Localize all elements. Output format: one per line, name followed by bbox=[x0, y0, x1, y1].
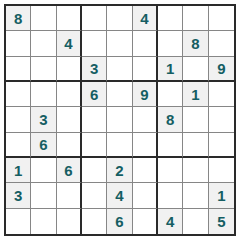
cell-r5c4-empty[interactable] bbox=[82, 107, 107, 132]
cell-r9c9-given: 5 bbox=[209, 209, 234, 234]
cell-r3c5-empty[interactable] bbox=[107, 57, 132, 82]
cell-r7c1-given: 1 bbox=[6, 158, 31, 183]
cell-r2c3-given: 4 bbox=[57, 31, 82, 56]
cell-r6c5-empty[interactable] bbox=[107, 133, 132, 158]
cell-r9c3-empty[interactable] bbox=[57, 209, 82, 234]
cell-r7c8-empty[interactable] bbox=[183, 158, 208, 183]
sudoku-board: 8448319691386162341645 bbox=[4, 4, 236, 236]
cell-r7c2-empty[interactable] bbox=[31, 158, 56, 183]
cell-r2c1-empty[interactable] bbox=[6, 31, 31, 56]
cell-r6c8-empty[interactable] bbox=[183, 133, 208, 158]
cell-r3c6-empty[interactable] bbox=[133, 57, 158, 82]
cell-r3c4-given: 3 bbox=[82, 57, 107, 82]
cell-r5c9-empty[interactable] bbox=[209, 107, 234, 132]
cell-r5c5-empty[interactable] bbox=[107, 107, 132, 132]
cell-r6c7-empty[interactable] bbox=[158, 133, 183, 158]
cell-r9c5-given: 6 bbox=[107, 209, 132, 234]
cell-r3c2-empty[interactable] bbox=[31, 57, 56, 82]
cell-r6c9-empty[interactable] bbox=[209, 133, 234, 158]
cell-r1c5-empty[interactable] bbox=[107, 6, 132, 31]
cell-r7c4-empty[interactable] bbox=[82, 158, 107, 183]
cell-r7c7-empty[interactable] bbox=[158, 158, 183, 183]
cell-r2c2-empty[interactable] bbox=[31, 31, 56, 56]
cell-r7c6-empty[interactable] bbox=[133, 158, 158, 183]
cell-r2c6-empty[interactable] bbox=[133, 31, 158, 56]
cell-r9c8-empty[interactable] bbox=[183, 209, 208, 234]
cell-r8c9-given: 1 bbox=[209, 183, 234, 208]
cell-r2c5-empty[interactable] bbox=[107, 31, 132, 56]
cell-r4c6-given: 9 bbox=[133, 82, 158, 107]
cell-r4c3-empty[interactable] bbox=[57, 82, 82, 107]
cell-r4c4-given: 6 bbox=[82, 82, 107, 107]
cell-r9c4-empty[interactable] bbox=[82, 209, 107, 234]
cell-r3c3-empty[interactable] bbox=[57, 57, 82, 82]
cell-r4c9-empty[interactable] bbox=[209, 82, 234, 107]
cell-r6c4-empty[interactable] bbox=[82, 133, 107, 158]
cell-r9c2-empty[interactable] bbox=[31, 209, 56, 234]
cell-r8c4-empty[interactable] bbox=[82, 183, 107, 208]
cell-r4c2-empty[interactable] bbox=[31, 82, 56, 107]
cell-r6c2-given: 6 bbox=[31, 133, 56, 158]
cell-r7c9-empty[interactable] bbox=[209, 158, 234, 183]
cell-r2c9-empty[interactable] bbox=[209, 31, 234, 56]
cell-r1c8-empty[interactable] bbox=[183, 6, 208, 31]
cell-r2c7-empty[interactable] bbox=[158, 31, 183, 56]
cell-r8c5-given: 4 bbox=[107, 183, 132, 208]
cell-r4c7-empty[interactable] bbox=[158, 82, 183, 107]
cell-r8c2-empty[interactable] bbox=[31, 183, 56, 208]
cell-r3c1-empty[interactable] bbox=[6, 57, 31, 82]
cell-r1c1-given: 8 bbox=[6, 6, 31, 31]
cell-r8c1-given: 3 bbox=[6, 183, 31, 208]
cell-r1c9-empty[interactable] bbox=[209, 6, 234, 31]
cell-r4c8-given: 1 bbox=[183, 82, 208, 107]
cell-r5c1-empty[interactable] bbox=[6, 107, 31, 132]
cell-r5c3-empty[interactable] bbox=[57, 107, 82, 132]
cell-r1c4-empty[interactable] bbox=[82, 6, 107, 31]
cell-r5c7-given: 8 bbox=[158, 107, 183, 132]
cell-r3c7-given: 1 bbox=[158, 57, 183, 82]
cell-r7c5-given: 2 bbox=[107, 158, 132, 183]
cell-r1c6-given: 4 bbox=[133, 6, 158, 31]
cell-r2c4-empty[interactable] bbox=[82, 31, 107, 56]
cell-r6c1-empty[interactable] bbox=[6, 133, 31, 158]
cell-r5c8-empty[interactable] bbox=[183, 107, 208, 132]
cell-r8c6-empty[interactable] bbox=[133, 183, 158, 208]
cell-r9c1-empty[interactable] bbox=[6, 209, 31, 234]
cell-r1c3-empty[interactable] bbox=[57, 6, 82, 31]
cell-r9c7-given: 4 bbox=[158, 209, 183, 234]
cell-r4c5-empty[interactable] bbox=[107, 82, 132, 107]
cell-r1c7-empty[interactable] bbox=[158, 6, 183, 31]
cell-r8c7-empty[interactable] bbox=[158, 183, 183, 208]
cell-r9c6-empty[interactable] bbox=[133, 209, 158, 234]
cell-r7c3-given: 6 bbox=[57, 158, 82, 183]
cell-r2c8-given: 8 bbox=[183, 31, 208, 56]
cell-r6c6-empty[interactable] bbox=[133, 133, 158, 158]
cell-r5c6-empty[interactable] bbox=[133, 107, 158, 132]
cell-r6c3-empty[interactable] bbox=[57, 133, 82, 158]
cell-r8c8-empty[interactable] bbox=[183, 183, 208, 208]
cell-r5c2-given: 3 bbox=[31, 107, 56, 132]
page-background: 8448319691386162341645 bbox=[0, 0, 240, 240]
cell-r1c2-empty[interactable] bbox=[31, 6, 56, 31]
cell-r3c8-empty[interactable] bbox=[183, 57, 208, 82]
cell-r4c1-empty[interactable] bbox=[6, 82, 31, 107]
cell-r3c9-given: 9 bbox=[209, 57, 234, 82]
cell-r8c3-empty[interactable] bbox=[57, 183, 82, 208]
